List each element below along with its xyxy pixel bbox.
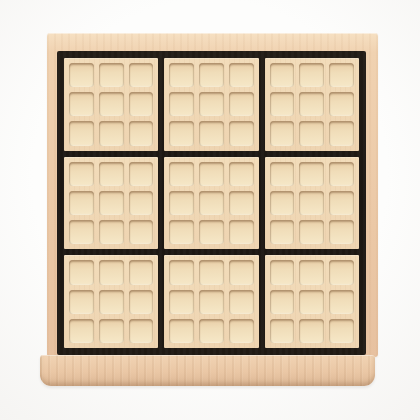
- cell-r8c6[interactable]: [229, 290, 254, 314]
- cell-r8c8[interactable]: [299, 290, 324, 314]
- cell-r2c6[interactable]: [229, 92, 254, 116]
- cell-r1c6[interactable]: [229, 63, 254, 87]
- cell-r5c7[interactable]: [270, 191, 295, 215]
- product-photo: [0, 0, 420, 420]
- cell-r8c4[interactable]: [169, 290, 194, 314]
- cell-r8c5[interactable]: [199, 290, 224, 314]
- cell-r4c3[interactable]: [129, 162, 154, 186]
- cell-r6c5[interactable]: [199, 220, 224, 244]
- cell-r7c1[interactable]: [69, 260, 94, 284]
- board-base-rail: [40, 355, 375, 386]
- cell-r2c3[interactable]: [129, 92, 154, 116]
- cell-r7c5[interactable]: [199, 260, 224, 284]
- cell-r6c9[interactable]: [329, 220, 354, 244]
- board-surface: [64, 58, 359, 348]
- cell-r5c4[interactable]: [169, 191, 194, 215]
- grid-lines-panel: [57, 51, 366, 355]
- cell-r4c9[interactable]: [329, 162, 354, 186]
- cell-r7c3[interactable]: [129, 260, 154, 284]
- cell-r9c6[interactable]: [229, 319, 254, 343]
- block-3: [265, 58, 359, 151]
- cell-r6c6[interactable]: [229, 220, 254, 244]
- cell-r2c4[interactable]: [169, 92, 194, 116]
- cell-r3c7[interactable]: [270, 121, 295, 145]
- cell-r5c6[interactable]: [229, 191, 254, 215]
- cell-r9c1[interactable]: [69, 319, 94, 343]
- cell-r4c4[interactable]: [169, 162, 194, 186]
- cell-r9c2[interactable]: [99, 319, 124, 343]
- cell-r6c4[interactable]: [169, 220, 194, 244]
- cell-r2c2[interactable]: [99, 92, 124, 116]
- cell-r6c7[interactable]: [270, 220, 295, 244]
- cell-r4c8[interactable]: [299, 162, 324, 186]
- cell-r5c9[interactable]: [329, 191, 354, 215]
- cell-r8c3[interactable]: [129, 290, 154, 314]
- cell-r7c7[interactable]: [270, 260, 295, 284]
- cell-r7c8[interactable]: [299, 260, 324, 284]
- cell-r1c7[interactable]: [270, 63, 295, 87]
- cell-r6c1[interactable]: [69, 220, 94, 244]
- cell-r2c8[interactable]: [299, 92, 324, 116]
- cell-r1c8[interactable]: [299, 63, 324, 87]
- cell-r9c8[interactable]: [299, 319, 324, 343]
- block-9: [265, 255, 359, 348]
- block-6: [265, 157, 359, 250]
- cell-r5c2[interactable]: [99, 191, 124, 215]
- cell-r2c9[interactable]: [329, 92, 354, 116]
- cell-r1c4[interactable]: [169, 63, 194, 87]
- block-7: [64, 255, 158, 348]
- block-1: [64, 58, 158, 151]
- cell-r5c3[interactable]: [129, 191, 154, 215]
- cell-r2c1[interactable]: [69, 92, 94, 116]
- cell-r4c6[interactable]: [229, 162, 254, 186]
- cell-r5c5[interactable]: [199, 191, 224, 215]
- cell-r6c3[interactable]: [129, 220, 154, 244]
- cell-r2c5[interactable]: [199, 92, 224, 116]
- cell-r3c5[interactable]: [199, 121, 224, 145]
- cell-r8c2[interactable]: [99, 290, 124, 314]
- block-8: [164, 255, 258, 348]
- cell-r4c7[interactable]: [270, 162, 295, 186]
- cell-r3c2[interactable]: [99, 121, 124, 145]
- cell-r1c1[interactable]: [69, 63, 94, 87]
- cell-r6c2[interactable]: [99, 220, 124, 244]
- sudoku-board-frame: [47, 33, 378, 357]
- cell-r4c5[interactable]: [199, 162, 224, 186]
- cell-r1c3[interactable]: [129, 63, 154, 87]
- cell-r4c2[interactable]: [99, 162, 124, 186]
- cell-r5c1[interactable]: [69, 191, 94, 215]
- cell-r7c4[interactable]: [169, 260, 194, 284]
- cell-r8c9[interactable]: [329, 290, 354, 314]
- cell-r9c3[interactable]: [129, 319, 154, 343]
- cell-r9c4[interactable]: [169, 319, 194, 343]
- cell-r9c9[interactable]: [329, 319, 354, 343]
- cell-r3c4[interactable]: [169, 121, 194, 145]
- cell-r3c9[interactable]: [329, 121, 354, 145]
- cell-r3c6[interactable]: [229, 121, 254, 145]
- cell-r2c7[interactable]: [270, 92, 295, 116]
- cell-r4c1[interactable]: [69, 162, 94, 186]
- cell-r9c5[interactable]: [199, 319, 224, 343]
- block-5: [164, 157, 258, 250]
- cell-r6c8[interactable]: [299, 220, 324, 244]
- cell-r7c6[interactable]: [229, 260, 254, 284]
- cell-r8c7[interactable]: [270, 290, 295, 314]
- cell-r9c7[interactable]: [270, 319, 295, 343]
- block-2: [164, 58, 258, 151]
- cell-r3c1[interactable]: [69, 121, 94, 145]
- cell-r1c2[interactable]: [99, 63, 124, 87]
- cell-r3c3[interactable]: [129, 121, 154, 145]
- cell-r7c2[interactable]: [99, 260, 124, 284]
- block-4: [64, 157, 158, 250]
- cell-r1c9[interactable]: [329, 63, 354, 87]
- cell-r7c9[interactable]: [329, 260, 354, 284]
- cell-r3c8[interactable]: [299, 121, 324, 145]
- cell-r5c8[interactable]: [299, 191, 324, 215]
- cell-r8c1[interactable]: [69, 290, 94, 314]
- cell-r1c5[interactable]: [199, 63, 224, 87]
